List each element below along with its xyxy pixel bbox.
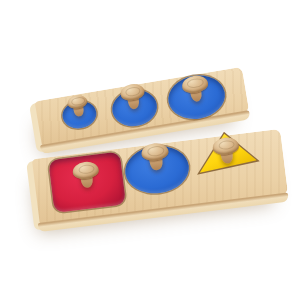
knob-cap [72, 160, 100, 180]
knob-cap [212, 136, 240, 156]
blue-circle-small-piece [60, 99, 98, 131]
product-photo-stage [0, 0, 300, 300]
knob-cap [140, 142, 169, 163]
knob-cap [119, 82, 145, 101]
red-square-piece [48, 152, 126, 213]
wooden-knob-medium-circle [119, 82, 147, 111]
blue-circle-piece [122, 142, 191, 196]
wooden-knob-square [72, 160, 101, 190]
wooden-knob-circle [140, 142, 170, 173]
wooden-knob-small-circle [66, 94, 89, 118]
knob-cap [66, 94, 88, 110]
blue-circle-large-piece [165, 71, 228, 123]
wooden-knob-triangle [212, 136, 241, 166]
blue-circle-medium-piece [109, 87, 159, 130]
wooden-knob-large-circle [180, 74, 210, 105]
yellow-triangle-slot [192, 128, 261, 177]
knob-cap [180, 74, 208, 95]
